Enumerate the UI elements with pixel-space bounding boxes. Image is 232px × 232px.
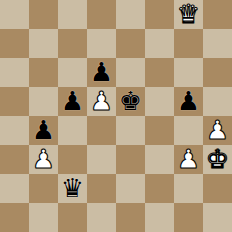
square-a7[interactable] <box>0 29 29 58</box>
square-b1[interactable] <box>29 203 58 232</box>
square-b6[interactable] <box>29 58 58 87</box>
white-pawn[interactable]: ♟ <box>177 145 200 174</box>
square-b7[interactable] <box>29 29 58 58</box>
square-c2[interactable]: ♛ <box>58 174 87 203</box>
square-h5[interactable] <box>203 87 232 116</box>
square-b4[interactable]: ♟ <box>29 116 58 145</box>
square-g6[interactable] <box>174 58 203 87</box>
white-pawn[interactable]: ♟ <box>206 116 229 145</box>
square-b5[interactable] <box>29 87 58 116</box>
black-queen[interactable]: ♛ <box>61 174 84 203</box>
square-a6[interactable] <box>0 58 29 87</box>
square-b8[interactable] <box>29 0 58 29</box>
square-f5[interactable] <box>145 87 174 116</box>
square-d2[interactable] <box>87 174 116 203</box>
square-b2[interactable] <box>29 174 58 203</box>
square-c8[interactable] <box>58 0 87 29</box>
square-a3[interactable] <box>0 145 29 174</box>
square-f7[interactable] <box>145 29 174 58</box>
square-e3[interactable] <box>116 145 145 174</box>
square-c6[interactable] <box>58 58 87 87</box>
square-c1[interactable] <box>58 203 87 232</box>
square-g2[interactable] <box>174 174 203 203</box>
square-a1[interactable] <box>0 203 29 232</box>
square-g8[interactable]: ♛ <box>174 0 203 29</box>
square-d4[interactable] <box>87 116 116 145</box>
square-d3[interactable] <box>87 145 116 174</box>
black-king[interactable]: ♚ <box>119 87 142 116</box>
white-king[interactable]: ♚ <box>206 145 229 174</box>
chess-board: ♛♟♟♟♚♟♟♟♟♟♚♛ <box>0 0 232 232</box>
square-e5[interactable]: ♚ <box>116 87 145 116</box>
square-e8[interactable] <box>116 0 145 29</box>
square-a4[interactable] <box>0 116 29 145</box>
square-c4[interactable] <box>58 116 87 145</box>
square-c7[interactable] <box>58 29 87 58</box>
square-e4[interactable] <box>116 116 145 145</box>
square-d8[interactable] <box>87 0 116 29</box>
square-f1[interactable] <box>145 203 174 232</box>
square-f2[interactable] <box>145 174 174 203</box>
square-e1[interactable] <box>116 203 145 232</box>
white-pawn[interactable]: ♟ <box>32 145 55 174</box>
square-e6[interactable] <box>116 58 145 87</box>
square-h6[interactable] <box>203 58 232 87</box>
square-g7[interactable] <box>174 29 203 58</box>
white-pawn[interactable]: ♟ <box>90 87 113 116</box>
square-g5[interactable]: ♟ <box>174 87 203 116</box>
square-d6[interactable]: ♟ <box>87 58 116 87</box>
square-h2[interactable] <box>203 174 232 203</box>
square-g3[interactable]: ♟ <box>174 145 203 174</box>
square-f3[interactable] <box>145 145 174 174</box>
square-d5[interactable]: ♟ <box>87 87 116 116</box>
square-d1[interactable] <box>87 203 116 232</box>
square-b3[interactable]: ♟ <box>29 145 58 174</box>
square-c3[interactable] <box>58 145 87 174</box>
square-h7[interactable] <box>203 29 232 58</box>
square-a2[interactable] <box>0 174 29 203</box>
square-e7[interactable] <box>116 29 145 58</box>
square-d7[interactable] <box>87 29 116 58</box>
black-pawn[interactable]: ♟ <box>90 58 113 87</box>
square-a8[interactable] <box>0 0 29 29</box>
square-h3[interactable]: ♚ <box>203 145 232 174</box>
square-a5[interactable] <box>0 87 29 116</box>
square-g1[interactable] <box>174 203 203 232</box>
square-c5[interactable]: ♟ <box>58 87 87 116</box>
square-f6[interactable] <box>145 58 174 87</box>
square-f8[interactable] <box>145 0 174 29</box>
black-pawn[interactable]: ♟ <box>61 87 84 116</box>
square-e2[interactable] <box>116 174 145 203</box>
square-h4[interactable]: ♟ <box>203 116 232 145</box>
black-pawn[interactable]: ♟ <box>32 116 55 145</box>
square-h8[interactable] <box>203 0 232 29</box>
white-queen[interactable]: ♛ <box>177 0 200 29</box>
square-h1[interactable] <box>203 203 232 232</box>
square-f4[interactable] <box>145 116 174 145</box>
square-g4[interactable] <box>174 116 203 145</box>
black-pawn[interactable]: ♟ <box>177 87 200 116</box>
